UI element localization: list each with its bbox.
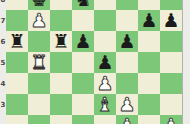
square-d7[interactable] xyxy=(72,10,94,31)
square-b4[interactable] xyxy=(28,73,50,94)
square-c7[interactable] xyxy=(50,10,72,31)
square-c2[interactable] xyxy=(50,115,72,124)
white-pawn[interactable]: ♟ xyxy=(160,115,182,124)
chess-diagram: 876543 ♚♞♟♟♟♜♜♟♟♜♟♟♝♟♟♟ xyxy=(0,0,190,124)
black-knight[interactable]: ♞ xyxy=(72,0,94,10)
square-g4[interactable] xyxy=(138,73,160,94)
square-f8[interactable] xyxy=(116,0,138,10)
square-h5[interactable] xyxy=(160,52,182,73)
square-g6[interactable] xyxy=(138,31,160,52)
square-f7[interactable] xyxy=(116,10,138,31)
square-g5[interactable] xyxy=(138,52,160,73)
chess-board[interactable]: ♚♞♟♟♟♜♜♟♟♜♟♟♝♟♟♟ xyxy=(6,0,183,124)
square-a3[interactable] xyxy=(6,94,28,115)
white-pawn[interactable]: ♟ xyxy=(28,10,50,31)
square-a6[interactable]: ♜ xyxy=(6,31,28,52)
square-g7[interactable]: ♟ xyxy=(138,10,160,31)
black-pawn[interactable]: ♟ xyxy=(138,10,160,31)
square-e8[interactable] xyxy=(94,0,116,10)
black-pawn[interactable]: ♟ xyxy=(72,31,94,52)
square-h3[interactable] xyxy=(160,94,182,115)
square-e6[interactable] xyxy=(94,31,116,52)
black-rook[interactable]: ♜ xyxy=(6,31,28,52)
white-pawn[interactable]: ♟ xyxy=(116,115,138,124)
square-b7[interactable]: ♟ xyxy=(28,10,50,31)
square-b6[interactable] xyxy=(28,31,50,52)
square-a2[interactable] xyxy=(6,115,28,124)
square-d4[interactable] xyxy=(72,73,94,94)
square-c3[interactable] xyxy=(50,94,72,115)
square-a4[interactable] xyxy=(6,73,28,94)
square-b2[interactable] xyxy=(28,115,50,124)
square-c5[interactable] xyxy=(50,52,72,73)
black-pawn[interactable]: ♟ xyxy=(160,10,182,31)
white-bishop[interactable]: ♝ xyxy=(94,94,116,115)
square-f5[interactable] xyxy=(116,52,138,73)
square-h4[interactable] xyxy=(160,73,182,94)
square-d2[interactable] xyxy=(72,115,94,124)
square-d5[interactable] xyxy=(72,52,94,73)
square-f3[interactable]: ♟ xyxy=(116,94,138,115)
square-a5[interactable] xyxy=(6,52,28,73)
square-h7[interactable]: ♟ xyxy=(160,10,182,31)
square-b3[interactable] xyxy=(28,94,50,115)
square-f6[interactable]: ♟ xyxy=(116,31,138,52)
square-g3[interactable] xyxy=(138,94,160,115)
square-c8[interactable] xyxy=(50,0,72,10)
square-h2[interactable]: ♟ xyxy=(160,115,182,124)
white-pawn[interactable]: ♟ xyxy=(94,73,116,94)
square-a8[interactable] xyxy=(6,0,28,10)
square-e4[interactable]: ♟ xyxy=(94,73,116,94)
square-c4[interactable] xyxy=(50,73,72,94)
black-rook[interactable]: ♜ xyxy=(50,31,72,52)
square-h6[interactable] xyxy=(160,31,182,52)
white-pawn[interactable]: ♟ xyxy=(116,94,138,115)
square-b5[interactable]: ♜ xyxy=(28,52,50,73)
black-pawn[interactable]: ♟ xyxy=(116,31,138,52)
square-a7[interactable] xyxy=(6,10,28,31)
square-e2[interactable] xyxy=(94,115,116,124)
square-f4[interactable] xyxy=(116,73,138,94)
square-e5[interactable]: ♟ xyxy=(94,52,116,73)
square-d8[interactable]: ♞ xyxy=(72,0,94,10)
square-f2[interactable]: ♟ xyxy=(116,115,138,124)
square-c6[interactable]: ♜ xyxy=(50,31,72,52)
square-e7[interactable] xyxy=(94,10,116,31)
white-rook[interactable]: ♜ xyxy=(28,52,50,73)
square-e3[interactable]: ♝ xyxy=(94,94,116,115)
square-d6[interactable]: ♟ xyxy=(72,31,94,52)
black-pawn[interactable]: ♟ xyxy=(94,52,116,73)
square-d3[interactable] xyxy=(72,94,94,115)
square-g2[interactable] xyxy=(138,115,160,124)
